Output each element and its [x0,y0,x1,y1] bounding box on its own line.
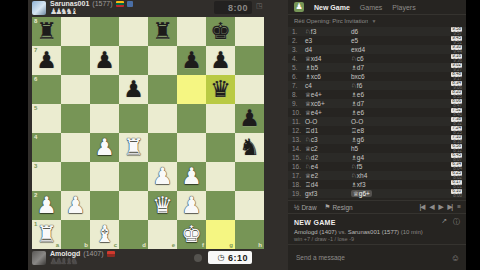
white-rook-a1[interactable]: ♜ [32,220,61,249]
move-list[interactable]: 1.♘f3d69:589:572.e3e59:459:513.d4exd49:3… [288,27,466,200]
file-label-h: h [258,242,262,248]
move-number: 18. [292,181,305,188]
square-a3[interactable]: 3 [32,162,61,191]
square-f1[interactable]: f♚ [177,220,206,249]
share-icon[interactable]: ↗ [441,217,447,227]
square-d4[interactable]: ♜ [119,133,148,162]
matchup-line: Amologd (1407) vs. Sarunas001 (1577) (10… [294,229,460,235]
move-number: 16. [292,163,305,170]
square-g5[interactable] [206,104,235,133]
black-move[interactable]: ♗e6 [351,91,397,99]
move-number: 3. [292,46,305,53]
move-number: 6. [292,73,305,80]
black-move[interactable]: bxc6 [351,73,397,80]
square-h1[interactable]: h [235,220,264,249]
black-move[interactable]: ♗g6 [351,136,397,144]
square-c3[interactable] [90,162,119,191]
black-pawn-g7[interactable]: ♟ [206,46,235,75]
opening-name: Réti Opening: Pirc Invitation [294,18,368,24]
square-e3[interactable]: ♟ [148,162,177,191]
black-knight-h4[interactable]: ♞ [235,133,264,162]
panel-tab-bar: ♟ New Game Games Players [288,0,466,15]
black-queen-g6[interactable]: ♛ [206,75,235,104]
square-b7[interactable] [61,46,90,75]
square-c8[interactable] [90,17,119,46]
rank-label-6: 6 [34,76,37,82]
move-number: 1. [292,28,305,35]
new-game-section: NEW GAME ↗ ⓘ Amologd (1407) vs. Sarunas0… [288,213,466,244]
black-move[interactable]: ♕g6+ [351,190,397,198]
chat-bar: ☺ [288,244,466,270]
square-b5[interactable] [61,104,90,133]
square-a4[interactable]: 4 [32,133,61,162]
square-g7[interactable]: ♟ [206,46,235,75]
play-panel: ♟ New Game Games Players Réti Opening: P… [288,0,466,270]
white-move[interactable]: ♕e4+ [305,91,351,99]
top-player-clock: 8:00 [214,1,252,14]
square-f8[interactable] [177,17,206,46]
square-h8[interactable] [235,17,264,46]
white-move[interactable]: e3 [305,37,351,44]
square-b6[interactable] [61,75,90,104]
move-row: 12.♖d1♖e87:248:25 [288,126,466,135]
square-a8[interactable]: 8♜ [32,17,61,46]
move-number: 5. [292,64,305,71]
bottom-player-rating: (1407) [83,250,103,258]
square-e4[interactable] [148,133,177,162]
white-rook-d4[interactable]: ♜ [119,133,148,162]
black-move[interactable]: ♘f6 [351,82,397,90]
black-rook-e8[interactable]: ♜ [148,17,177,46]
square-c1[interactable]: c♝ [90,220,119,249]
white-move[interactable]: ♗b5 [305,64,351,72]
white-pawn-a2[interactable]: ♟ [32,191,61,220]
last-move-button[interactable]: ▶| [447,203,452,211]
black-move[interactable]: e5 [351,37,397,44]
square-b4[interactable] [61,133,90,162]
black-move[interactable]: ♗e6 [351,109,397,117]
tab-new-game[interactable]: New Game [314,4,350,11]
square-a7[interactable]: 7♟ [32,46,61,75]
square-e6[interactable] [148,75,177,104]
square-b1[interactable]: b [61,220,90,249]
move-row: 10.♕e4+♗e67:528:40 [288,108,466,117]
file-label-g: g [229,242,233,248]
square-h3[interactable] [235,162,264,191]
rank-label-4: 4 [34,134,37,140]
chat-input[interactable] [294,253,434,262]
emoji-icon[interactable]: ☺ [451,253,460,263]
square-d7[interactable] [119,46,148,75]
move-row: 7.c4♘f68:349:06 [288,81,466,90]
square-f6[interactable] [177,75,206,104]
black-move[interactable]: ♘c6 [351,55,397,63]
square-f2[interactable]: ♟ [177,191,206,220]
white-move[interactable]: gxf3 [305,190,351,197]
black-move[interactable]: ♗d7 [351,64,397,72]
move-row: 5.♗b5♗d79:029:27 [288,63,466,72]
square-a5[interactable]: 5 [32,104,61,133]
square-c7[interactable]: ♟ [90,46,119,75]
square-d2[interactable] [119,191,148,220]
move-times: 6:108:00 [451,189,462,198]
white-move[interactable]: ♕e4+ [305,109,351,117]
white-move[interactable]: ♖d4 [305,181,351,189]
square-a1[interactable]: 1a♜ [32,220,61,249]
info-icon[interactable]: ⓘ [453,217,460,227]
bottom-player-avatar[interactable] [32,251,46,265]
move-number: 2. [292,37,305,44]
white-move[interactable]: ♘c3 [305,136,351,144]
left-black-bar [0,0,28,270]
white-pawn-e3[interactable]: ♟ [148,162,177,191]
square-h5[interactable]: ♟ [235,104,264,133]
right-black-bar [466,0,480,270]
move-number: 19. [292,190,305,197]
chevron-down-icon: ▼ [371,18,376,24]
move-row: 17.♕e2♘xh46:258:02 [288,171,466,180]
move-row: 9.♕xc6+♗d78:068:47 [288,99,466,108]
white-pawn-c4[interactable]: ♟ [90,133,119,162]
black-king-g8[interactable]: ♚ [206,17,235,46]
white-move[interactable]: ♕c2 [305,145,351,153]
white-move[interactable]: ♗xc6 [305,73,351,81]
move-number: 11. [292,118,305,125]
square-g2[interactable] [206,191,235,220]
square-c6[interactable] [90,75,119,104]
top-player-avatar[interactable] [32,1,46,15]
square-g3[interactable] [206,162,235,191]
white-king-f1[interactable]: ♚ [177,220,206,249]
move-row: 8.♕e4+♗e68:208:55 [288,90,466,99]
move-row: 15.♘d2♗g46:458:07 [288,153,466,162]
move-row: 3.d4exd49:309:44 [288,45,466,54]
chess-board[interactable]: 8♜♜♚7♟♟♟♟6♟♛5♟4♟♜♞3♟♟2♟♟♛♟1a♜bc♝def♚gh [32,17,264,249]
black-move[interactable]: ♘xh4 [351,172,397,180]
square-h4[interactable]: ♞ [235,133,264,162]
rank-label-5: 5 [34,105,37,111]
move-nav-group: |◀ ◀ ▶ ▶| ≡ [420,203,460,211]
draw-icon: ½ [294,204,299,211]
move-number: 10. [292,109,305,116]
white-move[interactable]: c4 [305,82,351,89]
tab-games[interactable]: Games [360,4,383,11]
more-options-button[interactable]: ≡ [457,203,460,211]
file-label-d: d [142,242,146,248]
black-move[interactable]: ♗g4 [351,154,397,162]
white-bishop-c1[interactable]: ♝ [90,220,119,249]
move-row: 16.♘e4♘f56:348:04 [288,162,466,171]
next-move-button[interactable]: ▶ [438,203,442,211]
square-b3[interactable] [61,162,90,191]
move-row: 14.♕c2h56:568:12 [288,144,466,153]
square-c2[interactable] [90,191,119,220]
black-pawn-h5[interactable]: ♟ [235,104,264,133]
white-queen-e2[interactable]: ♛ [148,191,177,220]
top-player-flag-icon [116,1,124,7]
resign-flag-icon: ⚑ [325,203,331,211]
move-number: 13. [292,136,305,143]
square-a2[interactable]: 2♟ [32,191,61,220]
black-pawn-c7[interactable]: ♟ [90,46,119,75]
add-time-button[interactable] [194,254,202,262]
move-number: 4. [292,55,305,62]
square-g4[interactable] [206,133,235,162]
move-number: 7. [292,82,305,89]
square-b8[interactable] [61,17,90,46]
bottom-player-clock: ◷ 6:10 [208,251,252,264]
black-move[interactable]: d6 [351,28,397,35]
black-move[interactable]: ♗d7 [351,100,397,108]
square-h7[interactable] [235,46,264,75]
app-window: Sarunas001 (1577) ♟♟♞♞♝ 8:00 ◳ 8♜♜♚7♟♟♟♟… [0,0,480,270]
square-f7[interactable]: ♟ [177,46,206,75]
move-row: 4.♕xd4♘c69:169:36 [288,54,466,63]
move-number: 14. [292,145,305,152]
square-h2[interactable] [235,191,264,220]
square-d5[interactable] [119,104,148,133]
square-e7[interactable] [148,46,177,75]
move-number: 9. [292,100,305,107]
move-row: 2.e3e59:459:51 [288,36,466,45]
move-row: 13.♘c3♗g67:108:18 [288,135,466,144]
bottom-player-flag-icon [107,251,115,257]
move-row: 11.O-OO-O7:388:32 [288,117,466,126]
white-move[interactable]: ♖d1 [305,127,351,135]
draw-button[interactable]: ½ Draw [294,204,317,211]
move-number: 17. [292,172,305,179]
square-b2[interactable]: ♟ [61,191,90,220]
top-player-rating: (1577) [92,0,112,8]
black-move[interactable]: h5 [351,145,397,152]
move-number: 8. [292,91,305,98]
white-pawn-f2[interactable]: ♟ [177,191,206,220]
board-settings-icon[interactable]: ◳ [256,2,263,10]
resign-button[interactable]: ⚑ Resign [325,203,353,211]
white-pawn-f3[interactable]: ♟ [177,162,206,191]
black-move[interactable]: ♖e8 [351,127,397,135]
first-move-button[interactable]: |◀ [420,203,425,211]
square-h6[interactable] [235,75,264,104]
clock-icon: ◷ [218,253,225,262]
black-rook-a8[interactable]: ♜ [32,17,61,46]
move-number: 15. [292,154,305,161]
game-controls-bar: ½ Draw ⚑ Resign |◀ ◀ ▶ ▶| ≡ [288,200,466,213]
move-row: 18.♖d4♗xf36:178:01 [288,180,466,189]
square-g1[interactable]: g [206,220,235,249]
bottom-captured-pieces: ♟♟♝♝♞ [50,258,115,266]
square-g8[interactable]: ♚ [206,17,235,46]
white-move[interactable]: d4 [305,46,351,53]
black-pawn-a7[interactable]: ♟ [32,46,61,75]
rating-odds-line: win +7 / draw -1 / lose -9 [294,236,460,242]
square-d3[interactable] [119,162,148,191]
square-d1[interactable]: d [119,220,148,249]
square-e1[interactable]: e [148,220,177,249]
top-player-badge-icon [127,1,133,7]
move-row: 6.♗xc6bxc68:489:17 [288,72,466,81]
black-move[interactable]: exd4 [351,46,397,53]
square-e8[interactable]: ♜ [148,17,177,46]
new-game-title: NEW GAME [294,219,336,226]
black-pawn-f7[interactable]: ♟ [177,46,206,75]
white-move[interactable]: O-O [305,118,351,125]
square-f3[interactable]: ♟ [177,162,206,191]
file-label-b: b [84,242,88,248]
rank-label-3: 3 [34,163,37,169]
black-move[interactable]: ♗xf3 [351,181,397,189]
file-label-e: e [172,242,175,248]
square-e2[interactable]: ♛ [148,191,177,220]
white-move[interactable]: ♕e2 [305,172,351,180]
square-f5[interactable] [177,104,206,133]
current-move-chip[interactable]: ♕g6+ [351,190,372,197]
square-c4[interactable]: ♟ [90,133,119,162]
move-row: 19.gxf3♕g6+6:108:00 [288,189,466,198]
square-a6[interactable]: 6 [32,75,61,104]
white-move[interactable]: ♕xd4 [305,55,351,63]
top-captured-pieces: ♟♟♞♞♝ [50,8,133,16]
play-logo-icon: ♟ [294,2,304,12]
white-move[interactable]: ♕xc6+ [305,100,351,108]
move-row: 1.♘f3d69:589:57 [288,27,466,36]
white-move[interactable]: ♘e4 [305,163,351,171]
square-d6[interactable]: ♟ [119,75,148,104]
square-e5[interactable] [148,104,177,133]
white-move[interactable]: ♘d2 [305,154,351,162]
black-pawn-d6[interactable]: ♟ [119,75,148,104]
square-g6[interactable]: ♛ [206,75,235,104]
square-c5[interactable] [90,104,119,133]
move-number: 12. [292,127,305,134]
square-f4[interactable] [177,133,206,162]
white-pawn-b2[interactable]: ♟ [61,191,90,220]
black-move[interactable]: O-O [351,118,397,125]
opening-row[interactable]: Réti Opening: Pirc Invitation ▼ [288,15,466,27]
black-move[interactable]: ♘f5 [351,163,397,171]
square-d8[interactable] [119,17,148,46]
prev-move-button[interactable]: ◀ [429,203,433,211]
tab-players[interactable]: Players [392,4,415,11]
white-move[interactable]: ♘f3 [305,28,351,36]
